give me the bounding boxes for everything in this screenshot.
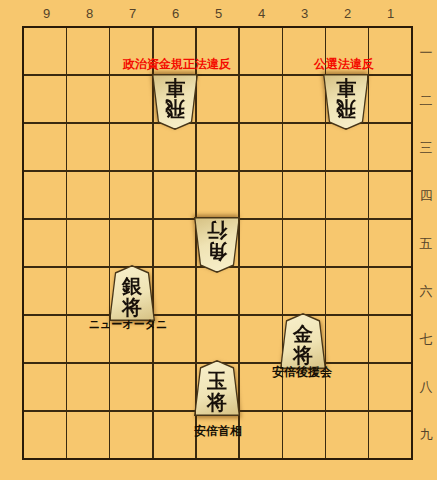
annotation-king-5h: 安倍首相 (194, 423, 242, 440)
annotation-gold-3g: 安倍後援会 (272, 364, 332, 381)
file-label: 1 (369, 5, 412, 22)
square-9-1[interactable] (24, 28, 66, 74)
piece-kanji-top: 銀 (122, 276, 142, 297)
square-1-7[interactable] (369, 316, 411, 362)
square-4-1[interactable] (240, 28, 282, 74)
rank-label: 二 (417, 77, 435, 125)
square-5-2[interactable] (197, 76, 239, 122)
square-3-3[interactable] (283, 124, 325, 170)
square-1-6[interactable] (369, 268, 411, 314)
square-2-7[interactable] (326, 316, 368, 362)
square-1-2[interactable] (369, 76, 411, 122)
square-7-3[interactable] (110, 124, 152, 170)
piece-sente-gold-3g[interactable]: 金 将 (280, 313, 326, 369)
square-2-5[interactable] (326, 220, 368, 266)
square-7-4[interactable] (110, 172, 152, 218)
square-6-4[interactable] (154, 172, 196, 218)
square-2-6[interactable] (326, 268, 368, 314)
square-2-4[interactable] (326, 172, 368, 218)
square-8-9[interactable] (67, 412, 109, 458)
piece-sente-king-5h[interactable]: 玉 将 (194, 360, 240, 416)
piece-kanji: 銀 将 (109, 276, 155, 318)
file-label: 6 (154, 5, 197, 22)
file-label: 2 (326, 5, 369, 22)
square-1-5[interactable] (369, 220, 411, 266)
rank-label: 三 (417, 125, 435, 173)
square-9-9[interactable] (24, 412, 66, 458)
square-9-7[interactable] (24, 316, 66, 362)
square-6-8[interactable] (154, 364, 196, 410)
square-4-3[interactable] (240, 124, 282, 170)
square-2-8[interactable] (326, 364, 368, 410)
rank-label: 一 (417, 29, 435, 77)
piece-kanji-bottom: 将 (293, 345, 313, 366)
square-8-8[interactable] (67, 364, 109, 410)
piece-kanji-top: 飛 (165, 98, 185, 119)
piece-kanji-bottom: 将 (207, 392, 227, 413)
square-1-9[interactable] (369, 412, 411, 458)
piece-gote-rook-2b[interactable]: 飛 車 (323, 74, 369, 130)
square-9-3[interactable] (24, 124, 66, 170)
square-7-8[interactable] (110, 364, 152, 410)
square-3-6[interactable] (283, 268, 325, 314)
square-9-6[interactable] (24, 268, 66, 314)
square-6-6[interactable] (154, 268, 196, 314)
file-label: 4 (240, 5, 283, 22)
square-4-7[interactable] (240, 316, 282, 362)
square-4-9[interactable] (240, 412, 282, 458)
square-4-4[interactable] (240, 172, 282, 218)
square-7-5[interactable] (110, 220, 152, 266)
file-label: 7 (111, 5, 154, 22)
piece-kanji: 飛 車 (323, 77, 369, 119)
file-label: 3 (283, 5, 326, 22)
piece-kanji-top: 玉 (207, 371, 227, 392)
square-3-9[interactable] (283, 412, 325, 458)
square-9-5[interactable] (24, 220, 66, 266)
rank-label: 八 (417, 363, 435, 411)
square-8-3[interactable] (67, 124, 109, 170)
square-1-3[interactable] (369, 124, 411, 170)
square-5-7[interactable] (197, 316, 239, 362)
annotation-silver-7f: ニューオータニ (89, 317, 167, 332)
file-label: 9 (25, 5, 68, 22)
square-6-3[interactable] (154, 124, 196, 170)
square-1-1[interactable] (369, 28, 411, 74)
piece-kanji-bottom: 将 (122, 297, 142, 318)
rank-label: 七 (417, 316, 435, 364)
piece-kanji-bottom: 車 (336, 77, 356, 98)
piece-gote-bishop-5e[interactable]: 角 行 (194, 217, 240, 273)
piece-kanji-top: 金 (293, 324, 313, 345)
piece-sente-silver-7f[interactable]: 銀 将 (109, 265, 155, 321)
square-3-4[interactable] (283, 172, 325, 218)
file-label: 5 (197, 5, 240, 22)
square-8-5[interactable] (67, 220, 109, 266)
square-9-8[interactable] (24, 364, 66, 410)
piece-gote-rook-6b[interactable]: 飛 車 (152, 74, 198, 130)
square-1-8[interactable] (369, 364, 411, 410)
square-9-2[interactable] (24, 76, 66, 122)
square-4-2[interactable] (240, 76, 282, 122)
square-8-4[interactable] (67, 172, 109, 218)
square-2-9[interactable] (326, 412, 368, 458)
square-6-9[interactable] (154, 412, 196, 458)
square-3-2[interactable] (283, 76, 325, 122)
square-5-3[interactable] (197, 124, 239, 170)
square-9-4[interactable] (24, 172, 66, 218)
rank-label: 九 (417, 411, 435, 459)
square-8-6[interactable] (67, 268, 109, 314)
square-5-4[interactable] (197, 172, 239, 218)
file-labels: 9 8 7 6 5 4 3 2 1 (25, 5, 412, 22)
square-7-2[interactable] (110, 76, 152, 122)
square-2-3[interactable] (326, 124, 368, 170)
square-1-4[interactable] (369, 172, 411, 218)
square-8-2[interactable] (67, 76, 109, 122)
shogi-diagram: 9 8 7 6 5 4 3 2 1 一 二 三 四 五 六 七 八 九 飛 車 … (0, 0, 437, 480)
annotation-rook-6b: 政治資金規正法違反 (123, 56, 231, 73)
piece-kanji-top: 角 (207, 241, 227, 262)
square-7-9[interactable] (110, 412, 152, 458)
piece-kanji: 飛 車 (152, 77, 198, 119)
square-5-6[interactable] (197, 268, 239, 314)
piece-kanji-top: 飛 (336, 98, 356, 119)
square-4-5[interactable] (240, 220, 282, 266)
piece-kanji: 角 行 (194, 220, 240, 262)
piece-kanji-bottom: 行 (207, 220, 227, 241)
rank-label: 五 (417, 220, 435, 268)
square-3-5[interactable] (283, 220, 325, 266)
square-8-1[interactable] (67, 28, 109, 74)
annotation-rook-2b: 公選法違反 (314, 56, 374, 73)
rank-label: 四 (417, 172, 435, 220)
rank-labels: 一 二 三 四 五 六 七 八 九 (417, 29, 435, 459)
square-4-6[interactable] (240, 268, 282, 314)
piece-kanji: 玉 将 (194, 371, 240, 413)
piece-kanji: 金 将 (280, 324, 326, 366)
square-6-5[interactable] (154, 220, 196, 266)
file-label: 8 (68, 5, 111, 22)
piece-kanji-bottom: 車 (165, 77, 185, 98)
rank-label: 六 (417, 268, 435, 316)
